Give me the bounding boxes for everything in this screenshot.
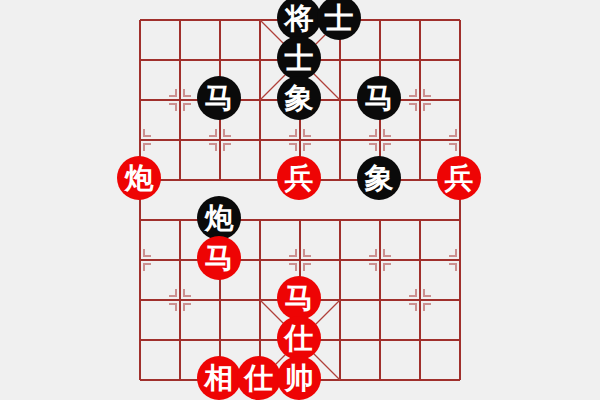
piece-red-horse[interactable]: 马 xyxy=(197,236,241,280)
piece-black-elephant[interactable]: 象 xyxy=(357,156,401,200)
xiangqi-app: 将士士马象马炮兵象兵炮马马仕相仕帅 xyxy=(0,0,600,400)
piece-black-horse[interactable]: 马 xyxy=(357,76,401,120)
piece-red-soldier[interactable]: 兵 xyxy=(277,156,321,200)
piece-red-horse[interactable]: 马 xyxy=(277,276,321,320)
piece-red-elephant[interactable]: 相 xyxy=(197,356,241,400)
xiangqi-board[interactable]: 将士士马象马炮兵象兵炮马马仕相仕帅 xyxy=(120,0,480,400)
piece-black-elephant[interactable]: 象 xyxy=(277,76,321,120)
piece-red-general[interactable]: 帅 xyxy=(277,356,321,400)
piece-red-soldier[interactable]: 兵 xyxy=(437,156,481,200)
piece-black-general[interactable]: 将 xyxy=(277,0,321,40)
piece-red-cannon[interactable]: 炮 xyxy=(117,156,161,200)
piece-black-horse[interactable]: 马 xyxy=(197,76,241,120)
piece-red-advisor[interactable]: 仕 xyxy=(277,316,321,360)
piece-red-advisor[interactable]: 仕 xyxy=(237,356,281,400)
piece-black-advisor[interactable]: 士 xyxy=(277,36,321,80)
piece-black-cannon[interactable]: 炮 xyxy=(197,196,241,240)
piece-black-advisor[interactable]: 士 xyxy=(317,0,361,40)
